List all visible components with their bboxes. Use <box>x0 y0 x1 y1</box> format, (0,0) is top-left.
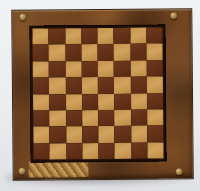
square-e4 <box>98 93 114 110</box>
square-f4 <box>114 93 130 110</box>
square-g1 <box>131 142 147 159</box>
square-e6 <box>98 61 114 78</box>
square-a7 <box>33 45 49 62</box>
checkerboard-grid <box>32 27 163 159</box>
square-d1 <box>82 143 98 160</box>
square-d2 <box>82 126 98 143</box>
square-e8 <box>97 28 113 45</box>
square-a4 <box>33 94 49 111</box>
square-c3 <box>66 110 82 127</box>
square-h2 <box>147 126 163 143</box>
square-c8 <box>65 28 81 45</box>
square-h4 <box>147 93 163 110</box>
square-f1 <box>115 142 131 159</box>
square-c5 <box>65 77 81 94</box>
square-g8 <box>130 28 146 45</box>
square-g5 <box>130 77 146 94</box>
square-f6 <box>114 61 130 78</box>
square-d8 <box>81 28 97 45</box>
square-a3 <box>33 110 49 127</box>
square-a6 <box>33 61 49 78</box>
game-board <box>11 8 193 181</box>
square-d3 <box>82 110 98 127</box>
brass-stud-bottom-left <box>19 168 26 175</box>
square-a1 <box>33 143 49 160</box>
square-b6 <box>49 61 65 78</box>
brass-stud-top-left <box>19 14 26 21</box>
square-b8 <box>49 28 65 45</box>
square-b3 <box>49 110 65 127</box>
square-h5 <box>147 77 163 94</box>
square-f3 <box>114 110 130 127</box>
square-c7 <box>65 45 81 62</box>
square-d4 <box>82 94 98 111</box>
photo-background <box>0 0 200 191</box>
square-c6 <box>65 61 81 78</box>
square-b7 <box>49 45 65 62</box>
square-h6 <box>146 60 162 77</box>
square-c2 <box>66 126 82 143</box>
square-d7 <box>81 44 97 61</box>
square-b4 <box>49 94 65 111</box>
frame-inlay-light-wood <box>29 161 89 178</box>
square-a8 <box>32 28 48 45</box>
square-f7 <box>114 44 130 61</box>
square-e7 <box>98 44 114 61</box>
square-g7 <box>130 44 146 61</box>
square-b1 <box>50 143 66 160</box>
square-e2 <box>98 126 114 143</box>
square-h8 <box>146 27 162 44</box>
square-a5 <box>33 78 49 95</box>
square-e3 <box>98 110 114 127</box>
square-g2 <box>131 126 147 143</box>
square-d6 <box>81 61 97 78</box>
square-h3 <box>147 109 163 126</box>
square-c1 <box>66 143 82 160</box>
brass-stud-top-right <box>170 12 177 19</box>
square-b5 <box>49 77 65 94</box>
square-g3 <box>131 109 147 126</box>
square-h7 <box>146 44 162 61</box>
square-g6 <box>130 60 146 77</box>
square-b2 <box>50 127 66 144</box>
square-e5 <box>98 77 114 94</box>
square-d5 <box>82 77 98 94</box>
square-f5 <box>114 77 130 94</box>
board-recess-groove <box>29 24 166 162</box>
square-a2 <box>33 127 49 144</box>
square-h1 <box>147 142 163 159</box>
brass-stud-bottom-right <box>176 168 183 175</box>
square-c4 <box>65 94 81 111</box>
square-g4 <box>130 93 146 110</box>
square-e1 <box>98 143 114 160</box>
square-f8 <box>114 28 130 45</box>
square-f2 <box>115 126 131 143</box>
